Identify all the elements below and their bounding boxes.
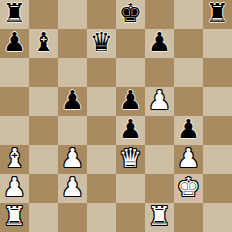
- white-rook[interactable]: ♜: [3, 203, 26, 231]
- white-king[interactable]: ♚: [177, 174, 200, 202]
- square-c6[interactable]: [58, 58, 87, 87]
- square-b5[interactable]: [29, 87, 58, 116]
- square-a1[interactable]: ♜: [0, 203, 29, 232]
- square-e4[interactable]: ♟: [116, 116, 145, 145]
- square-b4[interactable]: [29, 116, 58, 145]
- square-c7[interactable]: [58, 29, 87, 58]
- square-f2[interactable]: [145, 174, 174, 203]
- square-a2[interactable]: ♟: [0, 174, 29, 203]
- square-e6[interactable]: [116, 58, 145, 87]
- square-a6[interactable]: [0, 58, 29, 87]
- square-h2[interactable]: [203, 174, 232, 203]
- black-pawn[interactable]: ♟: [3, 29, 26, 57]
- white-pawn[interactable]: ♟: [148, 87, 171, 115]
- square-e7[interactable]: [116, 29, 145, 58]
- black-king[interactable]: ♚: [119, 0, 142, 28]
- black-rook[interactable]: ♜: [3, 0, 26, 28]
- white-bishop[interactable]: ♝: [3, 145, 26, 173]
- square-f7[interactable]: ♟: [145, 29, 174, 58]
- square-d6[interactable]: [87, 58, 116, 87]
- white-rook[interactable]: ♜: [148, 203, 171, 231]
- square-h3[interactable]: [203, 145, 232, 174]
- square-d7[interactable]: ♛: [87, 29, 116, 58]
- black-pawn[interactable]: ♟: [177, 116, 200, 144]
- square-g5[interactable]: [174, 87, 203, 116]
- white-pawn[interactable]: ♟: [3, 174, 26, 202]
- square-b3[interactable]: [29, 145, 58, 174]
- square-a3[interactable]: ♝: [0, 145, 29, 174]
- square-g3[interactable]: ♟: [174, 145, 203, 174]
- white-pawn[interactable]: ♟: [177, 145, 200, 173]
- square-d3[interactable]: [87, 145, 116, 174]
- square-g7[interactable]: [174, 29, 203, 58]
- square-a4[interactable]: [0, 116, 29, 145]
- square-d2[interactable]: [87, 174, 116, 203]
- square-f3[interactable]: [145, 145, 174, 174]
- black-rook[interactable]: ♜: [206, 0, 229, 28]
- square-g1[interactable]: [174, 203, 203, 232]
- chess-board: ♜♚♜♟♝♛♟♟♟♟♟♟♝♟♛♟♟♟♚♜♜: [0, 0, 232, 232]
- square-h6[interactable]: [203, 58, 232, 87]
- square-e8[interactable]: ♚: [116, 0, 145, 29]
- square-d4[interactable]: [87, 116, 116, 145]
- square-a8[interactable]: ♜: [0, 0, 29, 29]
- square-f6[interactable]: [145, 58, 174, 87]
- square-h8[interactable]: ♜: [203, 0, 232, 29]
- square-b7[interactable]: ♝: [29, 29, 58, 58]
- square-d5[interactable]: [87, 87, 116, 116]
- square-a7[interactable]: ♟: [0, 29, 29, 58]
- square-c4[interactable]: [58, 116, 87, 145]
- black-pawn[interactable]: ♟: [148, 29, 171, 57]
- square-c2[interactable]: ♟: [58, 174, 87, 203]
- white-pawn[interactable]: ♟: [61, 145, 84, 173]
- square-d8[interactable]: [87, 0, 116, 29]
- square-g4[interactable]: ♟: [174, 116, 203, 145]
- black-queen[interactable]: ♛: [90, 29, 113, 57]
- square-h5[interactable]: [203, 87, 232, 116]
- square-a5[interactable]: [0, 87, 29, 116]
- square-h7[interactable]: [203, 29, 232, 58]
- square-g2[interactable]: ♚: [174, 174, 203, 203]
- square-c1[interactable]: [58, 203, 87, 232]
- white-queen[interactable]: ♛: [119, 145, 142, 173]
- square-e2[interactable]: [116, 174, 145, 203]
- square-c8[interactable]: [58, 0, 87, 29]
- black-bishop[interactable]: ♝: [32, 29, 55, 57]
- square-f1[interactable]: ♜: [145, 203, 174, 232]
- square-c3[interactable]: ♟: [58, 145, 87, 174]
- square-e5[interactable]: ♟: [116, 87, 145, 116]
- square-g6[interactable]: [174, 58, 203, 87]
- white-pawn[interactable]: ♟: [61, 174, 84, 202]
- square-b8[interactable]: [29, 0, 58, 29]
- square-h1[interactable]: [203, 203, 232, 232]
- square-e1[interactable]: [116, 203, 145, 232]
- square-f5[interactable]: ♟: [145, 87, 174, 116]
- square-b6[interactable]: [29, 58, 58, 87]
- square-d1[interactable]: [87, 203, 116, 232]
- black-pawn[interactable]: ♟: [119, 87, 142, 115]
- black-pawn[interactable]: ♟: [119, 116, 142, 144]
- square-h4[interactable]: [203, 116, 232, 145]
- square-b1[interactable]: [29, 203, 58, 232]
- square-f8[interactable]: [145, 0, 174, 29]
- square-g8[interactable]: [174, 0, 203, 29]
- square-e3[interactable]: ♛: [116, 145, 145, 174]
- black-pawn[interactable]: ♟: [61, 87, 84, 115]
- square-f4[interactable]: [145, 116, 174, 145]
- square-b2[interactable]: [29, 174, 58, 203]
- square-c5[interactable]: ♟: [58, 87, 87, 116]
